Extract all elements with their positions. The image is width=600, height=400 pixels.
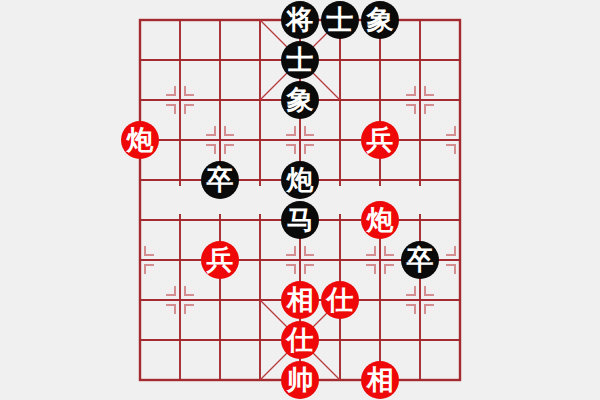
piece-red-elephant[interactable]: 相 [281, 281, 319, 319]
piece-black-advisor[interactable]: 士 [281, 41, 319, 79]
piece-red-soldier[interactable]: 兵 [201, 241, 239, 279]
piece-red-general[interactable]: 帅 [281, 361, 319, 399]
piece-red-soldier[interactable]: 兵 [361, 121, 399, 159]
xiangqi-board[interactable]: 将士象士象炮兵卒炮马炮兵卒相仕仕帅相 [120, 0, 480, 400]
piece-black-advisor[interactable]: 士 [321, 1, 359, 39]
piece-red-elephant[interactable]: 相 [361, 361, 399, 399]
piece-red-advisor[interactable]: 仕 [321, 281, 359, 319]
piece-black-soldier[interactable]: 卒 [201, 161, 239, 199]
piece-black-general[interactable]: 将 [281, 1, 319, 39]
xiangqi-app: 将士象士象炮兵卒炮马炮兵卒相仕仕帅相 [0, 0, 600, 400]
piece-red-cannon[interactable]: 炮 [121, 121, 159, 159]
piece-black-horse[interactable]: 马 [281, 201, 319, 239]
piece-black-elephant[interactable]: 象 [281, 81, 319, 119]
piece-black-elephant[interactable]: 象 [361, 1, 399, 39]
piece-black-cannon[interactable]: 炮 [281, 161, 319, 199]
piece-red-cannon[interactable]: 炮 [361, 201, 399, 239]
piece-red-advisor[interactable]: 仕 [281, 321, 319, 359]
piece-black-soldier[interactable]: 卒 [401, 241, 439, 279]
